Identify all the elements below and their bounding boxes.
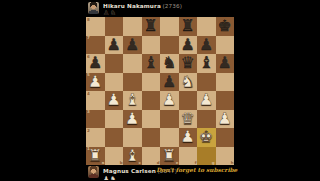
piece-black-rook: ♜ bbox=[181, 17, 195, 36]
captured-black-knight-icon: ♞ bbox=[109, 8, 116, 16]
captured-black-pawn-icon: ♟ bbox=[103, 8, 110, 16]
piece-black-pawn: ♟ bbox=[88, 54, 102, 73]
square-g2[interactable]: ♚ bbox=[197, 128, 216, 147]
square-b6[interactable] bbox=[105, 54, 124, 73]
piece-black-pawn: ♟ bbox=[218, 54, 232, 73]
square-a2[interactable]: 2 bbox=[86, 128, 105, 147]
piece-black-bishop: ♝ bbox=[144, 54, 158, 73]
rank-label-7: 7 bbox=[87, 36, 90, 40]
rank-label-6: 6 bbox=[87, 55, 90, 59]
captured-white-knight-icon: ♞ bbox=[109, 174, 116, 180]
rank-label-4: 4 bbox=[87, 92, 90, 96]
square-b7[interactable]: ♟ bbox=[105, 36, 124, 55]
square-c6[interactable] bbox=[123, 54, 142, 73]
square-e6[interactable]: ♞ bbox=[160, 54, 179, 73]
piece-black-pawn: ♟ bbox=[199, 36, 213, 55]
square-f3[interactable]: ♛ bbox=[179, 110, 198, 129]
square-e5[interactable]: ♟ bbox=[160, 73, 179, 92]
piece-white-queen: ♛ bbox=[181, 110, 195, 129]
square-b1[interactable]: b bbox=[105, 147, 124, 166]
captured-white-pawn-icon: ♟ bbox=[103, 174, 110, 180]
square-f8[interactable]: ♜ bbox=[179, 17, 198, 36]
square-f4[interactable] bbox=[179, 91, 198, 110]
square-d1[interactable]: d bbox=[142, 147, 161, 166]
square-c1[interactable]: c♝ bbox=[123, 147, 142, 166]
square-d7[interactable] bbox=[142, 36, 161, 55]
square-f2[interactable]: ♟ bbox=[179, 128, 198, 147]
square-f7[interactable]: ♟ bbox=[179, 36, 198, 55]
square-e3[interactable] bbox=[160, 110, 179, 129]
letterbox-left bbox=[0, 0, 82, 180]
piece-white-pawn: ♟ bbox=[218, 110, 232, 129]
piece-black-rook: ♜ bbox=[144, 17, 158, 36]
bottom-player-name: Magnus Carlsen bbox=[103, 168, 156, 175]
video-content: Hikaru Nakamura(2736) ♟♞ 8♜♜♚7♟♟♟♟6♟♝♞♛♝… bbox=[82, 0, 238, 180]
square-a6[interactable]: 6♟ bbox=[86, 54, 105, 73]
square-a7[interactable]: 7 bbox=[86, 36, 105, 55]
piece-white-pawn: ♟ bbox=[88, 73, 102, 92]
piece-white-pawn: ♟ bbox=[181, 128, 195, 147]
top-player-captured-pieces: ♟♞ bbox=[103, 9, 117, 16]
rank-label-3: 3 bbox=[87, 110, 90, 114]
square-a1[interactable]: 1a♜ bbox=[86, 147, 105, 166]
square-f1[interactable]: f bbox=[179, 147, 198, 166]
avatar-bottom-player bbox=[88, 166, 99, 178]
subscribe-reminder-text: Don't forget to subscribe bbox=[156, 166, 237, 173]
square-h4[interactable] bbox=[216, 91, 235, 110]
piece-black-pawn: ♟ bbox=[162, 73, 176, 92]
top-player-rating: (2736) bbox=[162, 3, 182, 10]
square-g6[interactable]: ♝ bbox=[197, 54, 216, 73]
square-g4[interactable]: ♟ bbox=[197, 91, 216, 110]
square-b2[interactable] bbox=[105, 128, 124, 147]
square-c3[interactable]: ♟ bbox=[123, 110, 142, 129]
square-b5[interactable] bbox=[105, 73, 124, 92]
square-g7[interactable]: ♟ bbox=[197, 36, 216, 55]
rank-label-1: 1 bbox=[87, 147, 90, 151]
square-b4[interactable]: ♟ bbox=[105, 91, 124, 110]
piece-black-pawn: ♟ bbox=[181, 36, 195, 55]
square-d2[interactable] bbox=[142, 128, 161, 147]
chess-board: 8♜♜♚7♟♟♟♟6♟♝♞♛♝♟5♟♟♞4♟♝♟♟3♟♛♟2♟♚1a♜bc♝de… bbox=[86, 17, 234, 165]
square-g5[interactable] bbox=[197, 73, 216, 92]
square-c5[interactable] bbox=[123, 73, 142, 92]
piece-white-pawn: ♟ bbox=[107, 91, 121, 110]
piece-black-knight: ♞ bbox=[162, 54, 176, 73]
square-e2[interactable] bbox=[160, 128, 179, 147]
square-f6[interactable]: ♛ bbox=[179, 54, 198, 73]
square-h5[interactable] bbox=[216, 73, 235, 92]
avatar-top-player bbox=[88, 2, 99, 14]
piece-white-rook: ♜ bbox=[88, 147, 102, 166]
square-c2[interactable] bbox=[123, 128, 142, 147]
square-d5[interactable] bbox=[142, 73, 161, 92]
square-e7[interactable] bbox=[160, 36, 179, 55]
square-e1[interactable]: e♜ bbox=[160, 147, 179, 166]
square-d3[interactable] bbox=[142, 110, 161, 129]
piece-white-bishop: ♝ bbox=[125, 147, 139, 166]
square-e8[interactable] bbox=[160, 17, 179, 36]
square-e4[interactable]: ♟ bbox=[160, 91, 179, 110]
rank-label-8: 8 bbox=[87, 18, 90, 22]
piece-white-king: ♚ bbox=[199, 128, 213, 147]
square-h7[interactable] bbox=[216, 36, 235, 55]
piece-white-pawn: ♟ bbox=[162, 91, 176, 110]
piece-white-pawn: ♟ bbox=[199, 91, 213, 110]
piece-black-queen: ♛ bbox=[181, 54, 195, 73]
square-g1[interactable]: g bbox=[197, 147, 216, 166]
file-label-h: h bbox=[231, 161, 234, 165]
square-c4[interactable]: ♝ bbox=[123, 91, 142, 110]
piece-black-king: ♚ bbox=[218, 17, 232, 36]
square-b8[interactable] bbox=[105, 17, 124, 36]
letterbox-right bbox=[238, 0, 320, 180]
rank-label-2: 2 bbox=[87, 129, 90, 133]
square-d4[interactable] bbox=[142, 91, 161, 110]
square-g8[interactable] bbox=[197, 17, 216, 36]
piece-black-pawn: ♟ bbox=[125, 36, 139, 55]
piece-black-pawn: ♟ bbox=[107, 36, 121, 55]
square-h2[interactable] bbox=[216, 128, 235, 147]
rank-label-5: 5 bbox=[87, 73, 90, 77]
square-c8[interactable] bbox=[123, 17, 142, 36]
square-f5[interactable]: ♞ bbox=[179, 73, 198, 92]
square-a4[interactable]: 4 bbox=[86, 91, 105, 110]
square-h3[interactable]: ♟ bbox=[216, 110, 235, 129]
square-h8[interactable]: ♚ bbox=[216, 17, 235, 36]
square-g3[interactable] bbox=[197, 110, 216, 129]
square-d8[interactable]: ♜ bbox=[142, 17, 161, 36]
piece-white-rook: ♜ bbox=[162, 147, 176, 166]
square-h6[interactable]: ♟ bbox=[216, 54, 235, 73]
piece-white-bishop: ♝ bbox=[125, 91, 139, 110]
square-a8[interactable]: 8 bbox=[86, 17, 105, 36]
piece-white-pawn: ♟ bbox=[125, 110, 139, 129]
bottom-player-captured-pieces: ♟♞ bbox=[103, 175, 117, 181]
piece-black-bishop: ♝ bbox=[199, 54, 213, 73]
square-d6[interactable]: ♝ bbox=[142, 54, 161, 73]
square-a5[interactable]: 5♟ bbox=[86, 73, 105, 92]
square-a3[interactable]: 3 bbox=[86, 110, 105, 129]
square-h1[interactable]: h bbox=[216, 147, 235, 166]
square-c7[interactable]: ♟ bbox=[123, 36, 142, 55]
square-b3[interactable] bbox=[105, 110, 124, 129]
piece-white-knight: ♞ bbox=[181, 73, 195, 92]
